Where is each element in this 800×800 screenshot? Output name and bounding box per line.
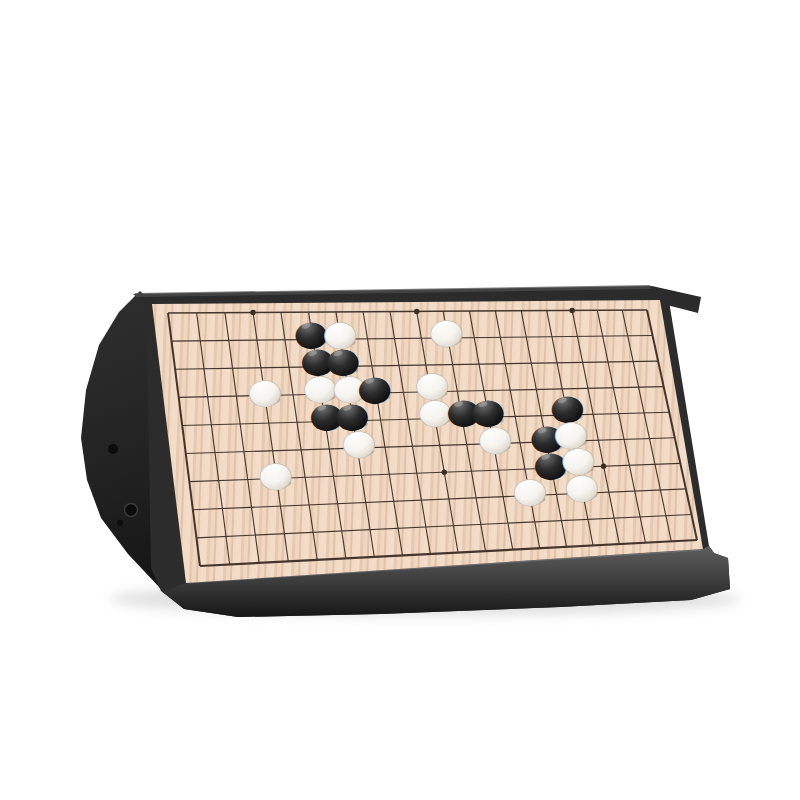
white-stone: ● [512,470,548,510]
hinge-hole [108,444,118,454]
white-stone: ● [428,311,464,351]
white-stone: ● [477,417,513,457]
white-stone: ● [258,454,294,494]
star-point [442,469,447,474]
product-photo: ●●●●●●●●●●●●●●●●●●●●●●●●● [0,0,800,800]
white-stone: ● [564,466,600,506]
white-stone: ● [247,371,283,411]
clasp-hole [125,504,138,517]
go-set-scene: ●●●●●●●●●●●●●●●●●●●●●●●●● [0,0,800,800]
star-point [250,310,255,315]
star-point [414,309,419,314]
clasp-hole-small [117,520,123,526]
white-stone: ● [341,422,377,462]
star-point [601,463,606,468]
star-point [569,308,574,313]
